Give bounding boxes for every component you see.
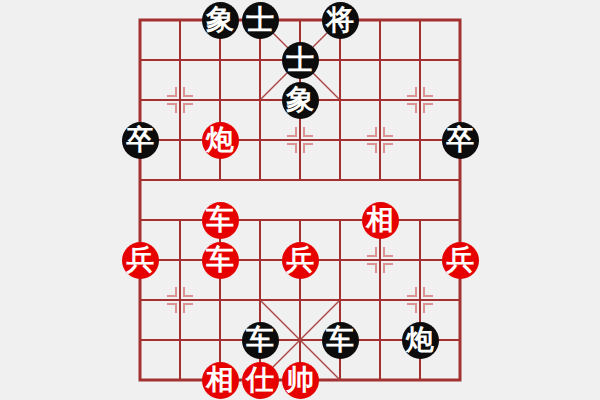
piece-red-chariot[interactable]: 车 bbox=[202, 202, 239, 239]
piece-black-advisor[interactable]: 士 bbox=[242, 2, 279, 39]
piece-red-advisor[interactable]: 仕 bbox=[242, 362, 279, 399]
piece-red-elephant[interactable]: 相 bbox=[202, 362, 239, 399]
piece-black-elephant[interactable]: 象 bbox=[282, 82, 319, 119]
piece-red-cannon[interactable]: 炮 bbox=[202, 122, 239, 159]
piece-black-king[interactable]: 将 bbox=[322, 2, 359, 39]
piece-black-elephant[interactable]: 象 bbox=[202, 2, 239, 39]
piece-black-advisor[interactable]: 士 bbox=[282, 42, 319, 79]
xiangqi-board: 象士将士象卒炮卒车相兵车兵兵车车炮相仕帅 bbox=[0, 0, 600, 400]
piece-red-king[interactable]: 帅 bbox=[282, 362, 319, 399]
piece-red-chariot[interactable]: 车 bbox=[202, 242, 239, 279]
piece-red-pawn[interactable]: 兵 bbox=[282, 242, 319, 279]
piece-red-elephant[interactable]: 相 bbox=[362, 202, 399, 239]
piece-black-pawn[interactable]: 卒 bbox=[122, 122, 159, 159]
piece-black-chariot[interactable]: 车 bbox=[322, 322, 359, 359]
piece-red-pawn[interactable]: 兵 bbox=[442, 242, 479, 279]
piece-black-chariot[interactable]: 车 bbox=[242, 322, 279, 359]
piece-red-pawn[interactable]: 兵 bbox=[122, 242, 159, 279]
piece-black-cannon[interactable]: 炮 bbox=[402, 322, 439, 359]
piece-black-pawn[interactable]: 卒 bbox=[442, 122, 479, 159]
